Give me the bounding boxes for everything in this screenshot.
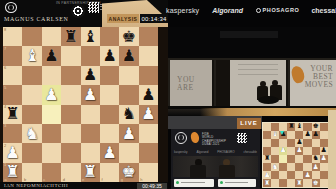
commentators-video — [173, 156, 258, 177]
square-b5 — [271, 147, 279, 155]
square-a6 — [263, 139, 271, 147]
commentator-name-tag — [218, 179, 256, 187]
square-c3 — [42, 124, 61, 143]
square-e5: ♟ — [81, 85, 100, 104]
square-a1: ♜1a — [3, 163, 22, 182]
bottom-player-clock: 00:49:35 — [137, 183, 167, 189]
wcc-hand-logo — [290, 65, 306, 84]
panel-side-strip — [328, 110, 336, 189]
black-R-piece-d8: ♜ — [61, 27, 80, 46]
broadcast-frame: MAGNUS CARLSEN IN PARTNERSHIP WITH ANALY… — [0, 0, 336, 189]
square-f5 — [100, 85, 119, 104]
top-player-bar: MAGNUS CARLSEN IN PARTNERSHIP WITH ANALY… — [0, 0, 168, 27]
square-b1: b — [22, 163, 41, 182]
square-a5 — [263, 147, 271, 155]
venue-ceiling-sign — [220, 31, 278, 38]
square-g6 — [119, 66, 138, 85]
square-f4 — [100, 105, 119, 124]
phosagro-logo-small: PHOSAGRO — [217, 150, 234, 154]
wall-panel-middle — [230, 60, 288, 106]
square-e2 — [295, 171, 303, 179]
sponsor-bar: kaspersky Algorand PHOSAGRO chessable — [168, 0, 336, 20]
square-a8 — [263, 123, 271, 131]
tag-logo-icon — [176, 181, 179, 184]
square-h6 — [320, 139, 328, 147]
square-h7 — [320, 131, 328, 139]
square-d2 — [287, 171, 295, 179]
square-h6 — [139, 66, 158, 85]
square-c8 — [279, 123, 287, 131]
black-B-piece-e8: ♝ — [81, 27, 100, 46]
white-N-piece-b3: ♞ — [271, 163, 279, 171]
rank-label: 6 — [4, 66, 6, 70]
rank-label: 5 — [4, 86, 6, 90]
square-c6 — [279, 139, 287, 147]
game-panel: MAGNUS CARLSEN IN PARTNERSHIP WITH ANALY… — [0, 0, 168, 189]
square-e1: ♜ — [295, 179, 303, 187]
black-R-piece-d8: ♜ — [287, 123, 295, 131]
square-a7: 7 — [3, 46, 22, 65]
top-player-clock: 00:14:34 — [140, 14, 168, 23]
square-g3: ♟ — [119, 124, 138, 143]
black-P-piece-f7: ♟ — [303, 131, 311, 139]
square-g7: ♟ — [312, 131, 320, 139]
white-B-piece-b7: ♝ — [22, 46, 41, 65]
analysis-button[interactable]: ANALYSIS — [107, 14, 139, 23]
wall-panel-right: YOURBESTMOVES — [290, 60, 336, 106]
rank-label: 7 — [4, 47, 6, 51]
square-h8 — [139, 27, 158, 46]
square-c3 — [279, 163, 287, 171]
square-b6 — [271, 139, 279, 147]
square-a8: 8 — [3, 27, 22, 46]
stage-doorway — [216, 60, 230, 106]
white-P-piece-g3: ♟ — [119, 124, 138, 143]
fide-logo-icon — [5, 2, 17, 13]
square-d1: d — [61, 163, 80, 182]
black-P-piece-g7: ♟ — [119, 46, 138, 65]
tag-text-bar — [225, 182, 248, 184]
bottom-overlay: LIVE FIDEWORLD CHAMPIONSHIPDUBAI 2021 ka… — [168, 116, 336, 189]
square-d4 — [61, 105, 80, 124]
square-h5: ♟ — [139, 85, 158, 104]
square-b7: ♝ — [271, 131, 279, 139]
chessable-logo: chessable — [311, 7, 336, 14]
square-b3: ♞ — [22, 124, 41, 143]
wall-panel-left: YOUARE — [170, 60, 214, 106]
square-a5: 5 — [3, 85, 22, 104]
kaspersky-logo-small: kaspersky — [174, 150, 188, 154]
square-a4: ♜ — [263, 155, 271, 163]
phosagro-logo: PHOSAGRO — [256, 7, 299, 13]
square-b5 — [22, 85, 41, 104]
rank-label: 4 — [4, 105, 6, 109]
square-c4 — [42, 105, 61, 124]
wall-text-right: YOURBESTMOVES — [305, 65, 333, 89]
black-R-piece-a4: ♜ — [263, 155, 271, 163]
pip-event-title: FIDEWORLD CHAMPIONSHIPDUBAI 2021 — [202, 133, 234, 147]
player-top-name: MAGNUS CARLSEN — [4, 16, 69, 22]
black-K-piece-g8: ♚ — [119, 27, 138, 46]
square-d1 — [287, 179, 295, 187]
square-h5: ♟ — [320, 147, 328, 155]
square-b8 — [271, 123, 279, 131]
square-g5 — [312, 147, 320, 155]
black-N-piece-g4: ♞ — [119, 105, 138, 124]
black-P-piece-c7: ♟ — [42, 46, 61, 65]
black-P-piece-e6: ♟ — [295, 139, 303, 147]
black-B-piece-e8: ♝ — [295, 123, 303, 131]
square-d8: ♜ — [61, 27, 80, 46]
square-g2 — [312, 171, 320, 179]
algorand-logo-small: Algorand — [196, 150, 208, 154]
square-b1 — [271, 179, 279, 187]
rank-label: 3 — [4, 124, 6, 128]
square-c2 — [42, 143, 61, 162]
square-e5: ♟ — [295, 147, 303, 155]
square-f7: ♟ — [100, 46, 119, 65]
black-P-piece-h5: ♟ — [320, 147, 328, 155]
white-B-piece-b7: ♝ — [271, 131, 279, 139]
square-a3 — [263, 163, 271, 171]
square-e6: ♟ — [295, 139, 303, 147]
square-f8 — [100, 27, 119, 46]
square-e6: ♟ — [81, 66, 100, 85]
square-f5 — [303, 147, 311, 155]
square-d2 — [61, 143, 80, 162]
square-b8 — [22, 27, 41, 46]
square-e8: ♝ — [295, 123, 303, 131]
square-c5: ♟ — [42, 85, 61, 104]
square-f6 — [303, 139, 311, 147]
square-b2 — [271, 171, 279, 179]
square-g7: ♟ — [119, 46, 138, 65]
square-e4 — [81, 105, 100, 124]
square-c1: c — [42, 163, 61, 182]
square-h1 — [320, 179, 328, 187]
rank-label: 8 — [4, 28, 6, 32]
square-h4: ♟ — [139, 105, 158, 124]
white-P-piece-a2: ♟ — [263, 171, 271, 179]
bottom-player-bar: IAN NEPOMNIACHTCHI 00:49:35 — [0, 182, 168, 189]
square-e7 — [81, 46, 100, 65]
square-c1 — [279, 179, 287, 187]
square-e3 — [295, 163, 303, 171]
white-P-piece-e5: ♟ — [81, 85, 100, 104]
black-P-piece-f7: ♟ — [100, 46, 119, 65]
kaspersky-logo: kaspersky — [166, 7, 199, 14]
phosagro-emblem-icon — [71, 4, 85, 18]
square-d3 — [61, 124, 80, 143]
square-h2 — [139, 143, 158, 162]
square-c6 — [42, 66, 61, 85]
square-g4: ♞ — [312, 155, 320, 163]
square-h3 — [139, 124, 158, 143]
square-a6: 6 — [3, 66, 22, 85]
commentator-name-tag — [174, 179, 214, 187]
black-P-piece-e6: ♟ — [81, 66, 100, 85]
engine-move-indicator — [280, 131, 284, 135]
white-P-piece-c5: ♟ — [279, 147, 287, 155]
square-a3: 3 — [3, 124, 22, 143]
rank-label: 2 — [4, 144, 6, 148]
square-h7 — [139, 46, 158, 65]
square-d4 — [287, 155, 295, 163]
square-a4: ♜4 — [3, 105, 22, 124]
square-d3 — [287, 163, 295, 171]
square-c2 — [279, 171, 287, 179]
square-c4 — [279, 155, 287, 163]
square-d6 — [61, 66, 80, 85]
square-a2: ♟2 — [3, 143, 22, 162]
square-b6 — [22, 66, 41, 85]
commentary-pip: FIDEWORLD CHAMPIONSHIPDUBAI 2021 kaspers… — [171, 129, 260, 189]
square-h4: ♟ — [320, 155, 328, 163]
phosagro-ring-icon — [256, 8, 261, 13]
white-R-piece-e1: ♜ — [295, 179, 303, 187]
wall-text-left: YOUARE — [177, 76, 195, 92]
white-P-piece-e5: ♟ — [295, 147, 303, 155]
square-g4: ♞ — [119, 105, 138, 124]
white-P-piece-h4: ♟ — [139, 105, 158, 124]
square-d6 — [287, 139, 295, 147]
black-P-piece-h5: ♟ — [139, 85, 158, 104]
white-K-piece-g1: ♚ — [312, 179, 320, 187]
chessable-logo-small: chessable — [243, 150, 257, 154]
square-g8: ♚ — [312, 123, 320, 131]
player-bottom-name: IAN NEPOMNIACHTCHI — [4, 183, 68, 188]
square-b3: ♞ — [271, 163, 279, 171]
square-g8: ♚ — [119, 27, 138, 46]
square-e1: ♜e — [81, 163, 100, 182]
square-f1: f — [100, 163, 119, 182]
fide-logo-icon — [175, 132, 187, 144]
mini-chess-board: ♜♝♚♝♟♟♟♟♟♟♟♜♞♟♞♟♟♟♜♜♚ — [262, 122, 329, 189]
white-P-piece-f2: ♟ — [303, 171, 311, 179]
tag-logo-icon — [220, 181, 223, 184]
square-d7 — [287, 131, 295, 139]
white-P-piece-g3: ♟ — [312, 163, 320, 171]
square-c8 — [42, 27, 61, 46]
square-h8 — [320, 123, 328, 131]
wcc-hand-logo-icon — [190, 131, 200, 143]
white-P-piece-h4: ♟ — [320, 155, 328, 163]
rank-label: 1 — [4, 163, 6, 167]
square-e8: ♝ — [81, 27, 100, 46]
black-K-piece-g8: ♚ — [312, 123, 320, 131]
square-d8: ♜ — [287, 123, 295, 131]
video-panel: kaspersky Algorand PHOSAGRO chessable YO… — [168, 0, 336, 189]
playing-hall-glass-wall: YOUARE YOURBESTMOVES — [168, 58, 336, 109]
square-b7: ♝ — [22, 46, 41, 65]
square-e3 — [81, 124, 100, 143]
square-d5 — [287, 147, 295, 155]
tag-text-bar — [181, 182, 205, 184]
square-a1: ♜ — [263, 179, 271, 187]
square-d7 — [61, 46, 80, 65]
white-R-piece-a1: ♜ — [263, 179, 271, 187]
square-b4 — [271, 155, 279, 163]
qr-code-icon — [88, 2, 99, 13]
square-b2 — [22, 143, 41, 162]
square-f7: ♟ — [303, 131, 311, 139]
square-f8 — [303, 123, 311, 131]
square-f2: ♟ — [100, 143, 119, 162]
square-g5 — [119, 85, 138, 104]
chess-table — [258, 96, 279, 104]
square-h2 — [320, 171, 328, 179]
square-c5: ♟ — [279, 147, 287, 155]
square-b4 — [22, 105, 41, 124]
commentator-silhouette — [219, 165, 235, 178]
square-d5 — [61, 85, 80, 104]
square-g1: ♚ — [312, 179, 320, 187]
pip-sponsor-row: kaspersky Algorand PHOSAGRO chessable — [174, 150, 257, 154]
stage-light-band — [200, 108, 336, 116]
algorand-logo: Algorand — [212, 7, 243, 14]
square-a7 — [263, 131, 271, 139]
venue-video-feed: YOUARE YOURBESTMOVES — [168, 27, 336, 116]
square-e7 — [295, 131, 303, 139]
main-chess-board: 8♜♝♚7♝♟♟♟6♟5♟♟♟♜4♞♟3♞♟♟2♟♜1abcd♜ef♚gh — [3, 27, 158, 182]
square-g6 — [312, 139, 320, 147]
square-e4 — [295, 155, 303, 163]
black-N-piece-g4: ♞ — [312, 155, 320, 163]
square-g1: ♚g — [119, 163, 138, 182]
square-f2: ♟ — [303, 171, 311, 179]
square-f6 — [100, 66, 119, 85]
commentator-silhouette — [190, 165, 206, 178]
square-f4 — [303, 155, 311, 163]
square-h3 — [320, 163, 328, 171]
square-a2: ♟ — [263, 171, 271, 179]
white-P-piece-c5: ♟ — [42, 85, 61, 104]
square-g3: ♟ — [312, 163, 320, 171]
square-f1 — [303, 179, 311, 187]
white-N-piece-b3: ♞ — [22, 124, 41, 143]
black-P-piece-g7: ♟ — [312, 131, 320, 139]
square-f3 — [100, 124, 119, 143]
square-e2 — [81, 143, 100, 162]
qr-code-icon — [237, 133, 247, 143]
square-h1: h — [139, 163, 158, 182]
live-badge: LIVE — [237, 118, 261, 129]
square-f3 — [303, 163, 311, 171]
square-g2 — [119, 143, 138, 162]
white-P-piece-f2: ♟ — [100, 143, 119, 162]
square-c7: ♟ — [42, 46, 61, 65]
